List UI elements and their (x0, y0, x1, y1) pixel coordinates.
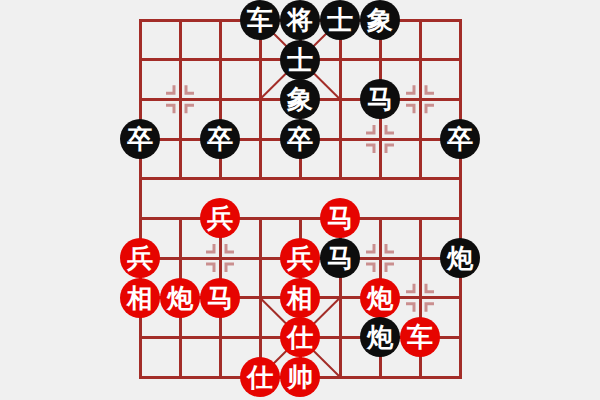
black-cannon[interactable]: 炮 (440, 238, 480, 278)
black-elephant[interactable]: 象 (360, 0, 400, 40)
black-general[interactable]: 将 (280, 0, 320, 40)
red-elephant[interactable]: 相 (120, 278, 160, 318)
red-cannon[interactable]: 炮 (360, 278, 400, 318)
black-cannon[interactable]: 炮 (360, 317, 400, 357)
black-advisor[interactable]: 士 (320, 0, 360, 40)
black-advisor[interactable]: 士 (280, 40, 320, 80)
red-soldier[interactable]: 兵 (120, 238, 160, 278)
black-chariot[interactable]: 车 (240, 0, 280, 40)
red-soldier[interactable]: 兵 (280, 238, 320, 278)
red-horse[interactable]: 马 (200, 278, 240, 318)
red-chariot[interactable]: 车 (400, 317, 440, 357)
xiangqi-board: 车将士象士象马卒卒卒卒兵马兵兵马炮相炮马相炮仕炮车仕帅 (0, 0, 600, 400)
red-elephant[interactable]: 相 (280, 278, 320, 318)
black-soldier[interactable]: 卒 (200, 119, 240, 159)
red-horse[interactable]: 马 (320, 198, 360, 238)
black-soldier[interactable]: 卒 (440, 119, 480, 159)
red-cannon[interactable]: 炮 (160, 278, 200, 318)
black-soldier[interactable]: 卒 (120, 119, 160, 159)
red-advisor[interactable]: 仕 (240, 357, 280, 397)
pieces-layer: 车将士象士象马卒卒卒卒兵马兵兵马炮相炮马相炮仕炮车仕帅 (0, 0, 600, 400)
black-elephant[interactable]: 象 (280, 79, 320, 119)
red-general[interactable]: 帅 (280, 357, 320, 397)
red-advisor[interactable]: 仕 (280, 317, 320, 357)
black-horse[interactable]: 马 (360, 79, 400, 119)
black-soldier[interactable]: 卒 (280, 119, 320, 159)
black-horse[interactable]: 马 (320, 238, 360, 278)
red-soldier[interactable]: 兵 (200, 198, 240, 238)
